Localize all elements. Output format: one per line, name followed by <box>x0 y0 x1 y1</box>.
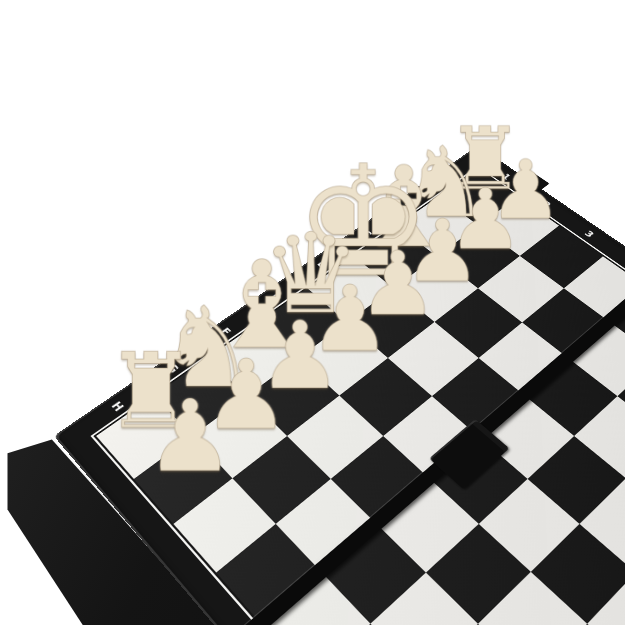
white-pawn-h2: ♟ <box>112 387 267 486</box>
scene: HGFEDCBA12345678♜♞♝♛♚♝♞♜♟♟♟♟♟♟♟♟ <box>0 0 625 625</box>
